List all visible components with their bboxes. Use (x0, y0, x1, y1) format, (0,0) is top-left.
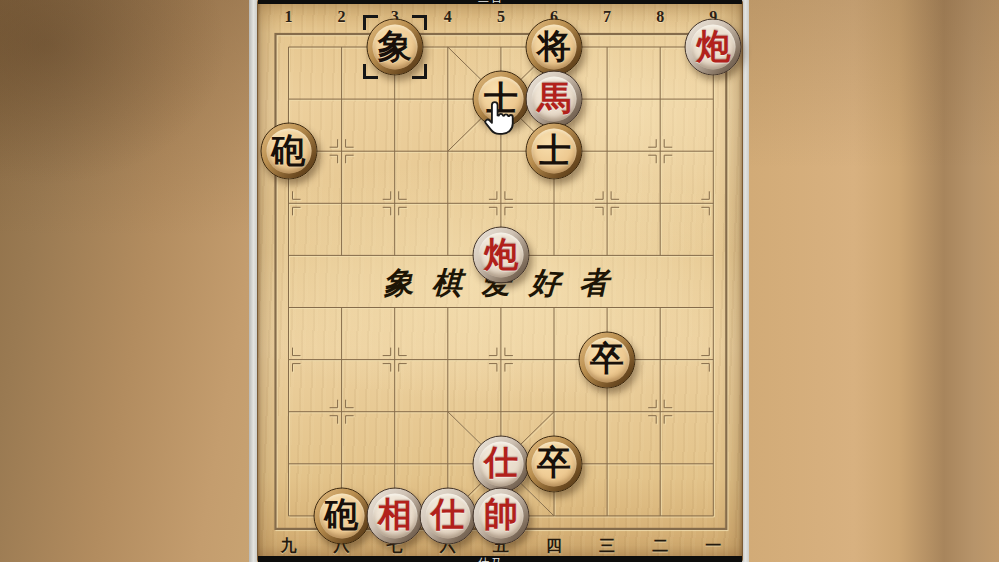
file-label-bottom: 三 (599, 538, 615, 554)
piece-glyph: 卒 (590, 342, 624, 376)
cutoff-ui-fragment-top: 二日 (478, 0, 518, 3)
piece-glyph: 炮 (484, 237, 518, 271)
xiangqi-board[interactable]: 象棋爱好者 123456789九八七六五四三二一 象将炮士馬砲士炮卒仕卒砲相仕帥… (257, 0, 743, 562)
river-character: 者 (578, 267, 609, 298)
piece-face: 将 (532, 25, 577, 70)
hand-cursor-icon (482, 99, 516, 137)
piece-face: 馬 (532, 77, 577, 122)
black-general-piece[interactable]: 将 (526, 19, 583, 76)
file-label-top: 2 (338, 9, 346, 25)
game-screen: 象棋爱好者 123456789九八七六五四三二一 象将炮士馬砲士炮卒仕卒砲相仕帥… (0, 0, 999, 562)
piece-face: 卒 (585, 337, 630, 382)
black-soldier-1-piece[interactable]: 卒 (579, 331, 636, 388)
piece-glyph: 馬 (537, 81, 571, 115)
piece-glyph: 帥 (484, 498, 518, 532)
river-character: 棋 (431, 267, 462, 298)
red-cannon-2-piece[interactable]: 炮 (472, 227, 529, 284)
black-soldier-2-piece[interactable]: 卒 (526, 435, 583, 492)
red-advisor-1-piece[interactable]: 仕 (472, 435, 529, 492)
red-cannon-1-piece[interactable]: 炮 (685, 19, 742, 76)
red-advisor-2-piece[interactable]: 仕 (419, 487, 476, 544)
piece-face: 仕 (478, 441, 523, 486)
piece-glyph: 仕 (484, 446, 518, 480)
piece-face: 象 (372, 25, 417, 70)
black-cannon-1-piece[interactable]: 砲 (260, 123, 317, 180)
cutoff-ui-fragment-bottom: 仕马 (478, 557, 518, 562)
file-label-bottom: 四 (546, 538, 562, 554)
red-horse-piece[interactable]: 馬 (526, 71, 583, 128)
black-elephant-piece[interactable]: 象 (366, 19, 423, 76)
river-character: 象 (382, 267, 414, 299)
piece-face: 炮 (478, 233, 523, 278)
file-label-top: 1 (285, 9, 293, 25)
file-label-top: 5 (497, 9, 505, 25)
piece-face: 砲 (319, 493, 364, 538)
red-elephant-piece[interactable]: 相 (366, 487, 423, 544)
piece-glyph: 士 (537, 133, 571, 167)
file-label-top: 4 (444, 9, 452, 25)
red-general-piece[interactable]: 帥 (472, 487, 529, 544)
file-label-bottom: 二 (652, 538, 668, 554)
file-label-bottom: 九 (281, 538, 297, 554)
piece-face: 卒 (532, 441, 577, 486)
letterbox-bar-top: 二日 (258, 0, 742, 4)
piece-face: 相 (372, 493, 417, 538)
file-label-top: 7 (603, 9, 611, 25)
river-character: 好 (529, 267, 561, 299)
black-cannon-2-piece[interactable]: 砲 (313, 487, 370, 544)
piece-face: 仕 (425, 493, 470, 538)
piece-glyph: 炮 (696, 29, 730, 63)
piece-glyph: 象 (378, 29, 412, 63)
piece-glyph: 仕 (431, 498, 465, 532)
black-advisor-2-piece[interactable]: 士 (526, 123, 583, 180)
piece-glyph: 卒 (537, 446, 571, 480)
piece-face: 士 (532, 129, 577, 174)
background-right (749, 0, 999, 562)
background-left (0, 0, 250, 562)
piece-glyph: 将 (537, 29, 571, 63)
piece-glyph: 相 (378, 498, 412, 532)
piece-face: 炮 (691, 25, 736, 70)
letterbox-bar-bottom: 仕马 (258, 556, 742, 562)
letterbox-strip-left (249, 0, 257, 562)
piece-face: 帥 (478, 493, 523, 538)
piece-glyph: 砲 (272, 133, 306, 167)
piece-face: 砲 (266, 129, 311, 174)
piece-glyph: 砲 (325, 498, 359, 532)
file-label-top: 8 (656, 9, 664, 25)
file-label-bottom: 一 (705, 538, 721, 554)
